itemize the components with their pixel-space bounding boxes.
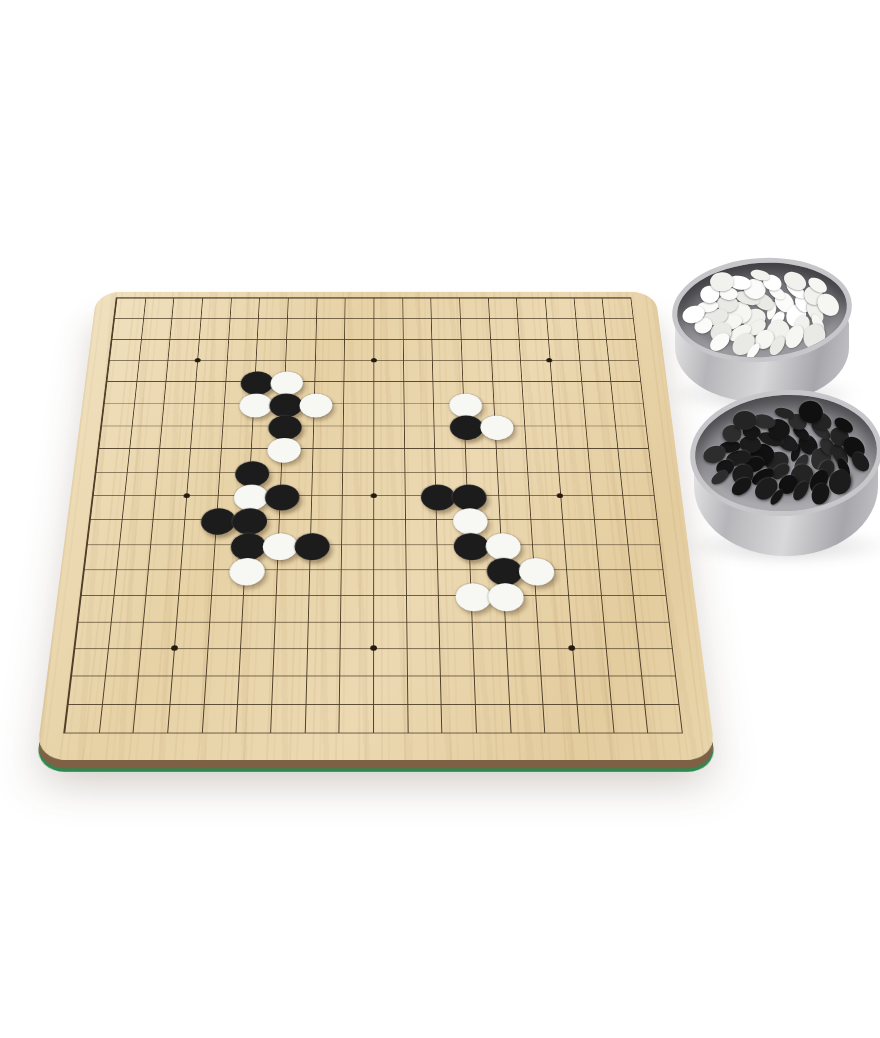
black-stone-H8[interactable]: ● (292, 531, 328, 558)
star-point-Q16 (547, 358, 553, 362)
white-stone-O13[interactable]: ● (477, 414, 511, 438)
black-stones-bowl[interactable]: ●●●●●●●●●●●●●●●●●●●●●●●●●●●●●●●●●●●●●●●●… (690, 390, 880, 556)
star-point-D10 (183, 493, 190, 498)
white-stone-F7[interactable]: ● (226, 556, 263, 583)
star-point-Q10 (557, 493, 564, 498)
star-point-K4 (370, 646, 377, 651)
white-stones-bowl[interactable]: ●●●●●●●●●●●●●●●●●●●●●●●●●●●●●●●●●●●●●●●●… (672, 258, 852, 404)
go-board[interactable]: ●●●●●●●●●●●●●●●●●●●●●●●●●●●● (36, 292, 716, 760)
black-stone-N8[interactable]: ● (451, 531, 487, 558)
white-stone-F14[interactable]: ● (236, 392, 270, 416)
star-point-D4 (170, 646, 177, 651)
white-stone-O6[interactable]: ● (485, 581, 522, 609)
black-bowl-stone: ● (731, 406, 758, 431)
white-bowl-stone: ● (708, 267, 735, 293)
star-point-Q4 (569, 646, 576, 651)
product-photo-scene: ●●●●●●●●●●●●●●●●●●●●●●●●●●●● ●●●●●●●●●●●… (0, 0, 880, 1038)
star-point-D16 (194, 358, 200, 362)
black-stone-N13[interactable]: ● (447, 414, 481, 438)
white-stone-N6[interactable]: ● (452, 581, 489, 609)
star-point-K10 (370, 493, 376, 498)
star-point-K16 (370, 358, 376, 362)
go-board-scene: ●●●●●●●●●●●●●●●●●●●●●●●●●●●● (36, 80, 716, 760)
board-grid[interactable]: ●●●●●●●●●●●●●●●●●●●●●●●●●●●● (63, 297, 683, 733)
black-stone-M10[interactable]: ● (418, 483, 453, 509)
